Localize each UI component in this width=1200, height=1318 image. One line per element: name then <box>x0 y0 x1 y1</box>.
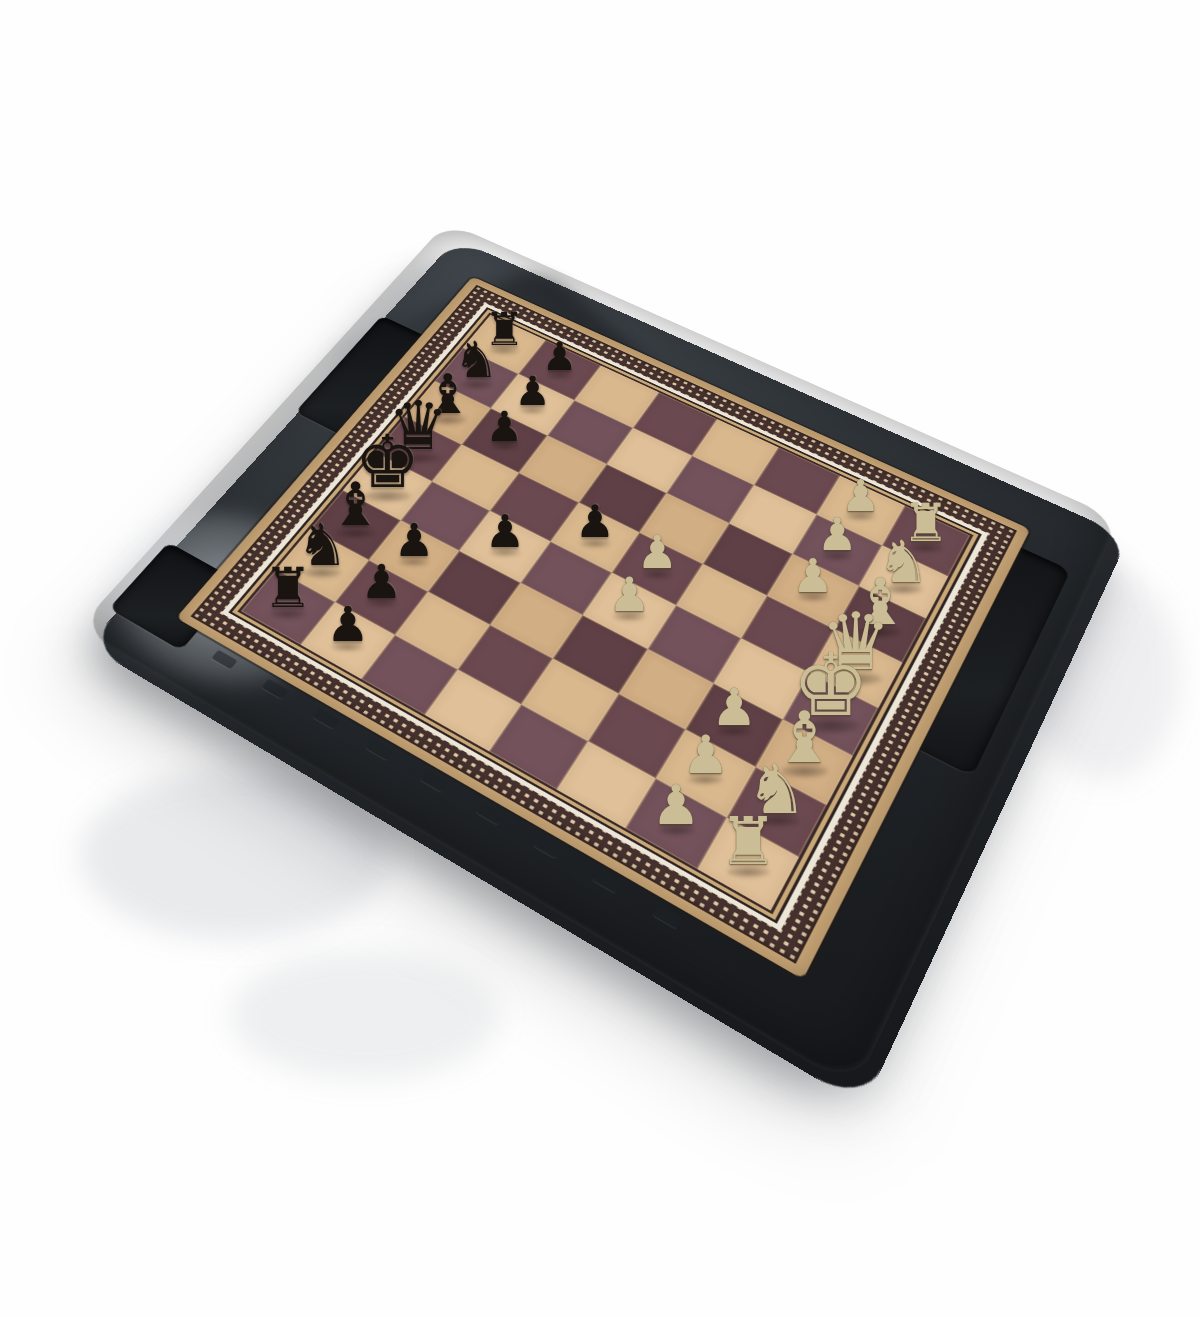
control-key[interactable] <box>261 679 288 699</box>
background-smudge <box>230 950 500 1080</box>
control-key[interactable] <box>592 870 621 894</box>
control-key[interactable] <box>420 770 448 792</box>
control-key[interactable] <box>653 905 683 929</box>
control-key[interactable] <box>476 802 504 824</box>
control-key[interactable] <box>366 739 394 760</box>
control-key[interactable] <box>533 836 562 859</box>
control-key[interactable] <box>313 708 340 729</box>
scene: ♜♞♝♛♚♝♞♜♟♟♟♟♟♟♟♟♟♟♟♟♟♟♟♟♜♞♝♛♚♝♞♜ <box>0 0 1200 1318</box>
